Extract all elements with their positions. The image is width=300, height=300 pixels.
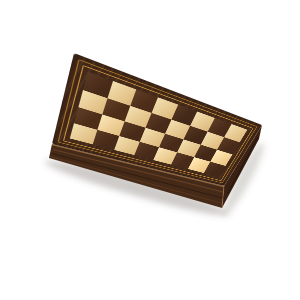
chessboard-box-photo [0, 0, 300, 300]
